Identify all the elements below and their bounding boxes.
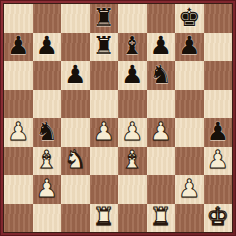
piece-black-pawn[interactable]: ♟ [36, 33, 58, 58]
square-h4[interactable]: ♟ [204, 118, 233, 147]
piece-white-pawn[interactable]: ♟ [36, 176, 58, 201]
square-f2[interactable] [147, 175, 176, 204]
square-a8[interactable] [4, 4, 33, 33]
square-b1[interactable] [33, 204, 62, 233]
square-h5[interactable] [204, 90, 233, 119]
piece-white-rook[interactable]: ♜ [93, 204, 115, 229]
piece-white-bishop[interactable]: ♝ [121, 147, 143, 172]
square-g3[interactable] [175, 147, 204, 176]
piece-black-pawn[interactable]: ♟ [64, 62, 86, 87]
square-b8[interactable] [33, 4, 62, 33]
piece-white-bishop[interactable]: ♝ [36, 147, 58, 172]
square-a4[interactable]: ♟ [4, 118, 33, 147]
square-c6[interactable]: ♟ [61, 61, 90, 90]
square-f3[interactable] [147, 147, 176, 176]
square-g6[interactable] [175, 61, 204, 90]
square-f7[interactable]: ♟ [147, 33, 176, 62]
square-a7[interactable]: ♟ [4, 33, 33, 62]
square-h2[interactable] [204, 175, 233, 204]
piece-white-pawn[interactable]: ♟ [150, 119, 172, 144]
square-g1[interactable] [175, 204, 204, 233]
square-h7[interactable] [204, 33, 233, 62]
square-a5[interactable] [4, 90, 33, 119]
square-g2[interactable]: ♟ [175, 175, 204, 204]
square-d1[interactable]: ♜ [90, 204, 119, 233]
square-e6[interactable]: ♟ [118, 61, 147, 90]
piece-white-pawn[interactable]: ♟ [7, 119, 29, 144]
square-d4[interactable]: ♟ [90, 118, 119, 147]
piece-black-rook[interactable]: ♜ [93, 5, 115, 30]
square-c1[interactable] [61, 204, 90, 233]
piece-black-rook[interactable]: ♜ [93, 33, 115, 58]
square-b7[interactable]: ♟ [33, 33, 62, 62]
square-g5[interactable] [175, 90, 204, 119]
square-f5[interactable] [147, 90, 176, 119]
piece-black-knight[interactable]: ♞ [150, 62, 172, 87]
square-d6[interactable] [90, 61, 119, 90]
square-e2[interactable] [118, 175, 147, 204]
square-h6[interactable] [204, 61, 233, 90]
square-b6[interactable] [33, 61, 62, 90]
square-a2[interactable] [4, 175, 33, 204]
square-h3[interactable]: ♟ [204, 147, 233, 176]
square-c3[interactable]: ♞ [61, 147, 90, 176]
chess-board: ♜♚♟♟♜♝♟♟♟♟♞♟♞♟♟♟♟♝♞♝♟♟♟♜♜♚ [4, 4, 232, 232]
piece-black-pawn[interactable]: ♟ [178, 33, 200, 58]
piece-white-pawn[interactable]: ♟ [207, 147, 229, 172]
square-e3[interactable]: ♝ [118, 147, 147, 176]
piece-white-pawn[interactable]: ♟ [93, 119, 115, 144]
square-e7[interactable]: ♝ [118, 33, 147, 62]
square-b3[interactable]: ♝ [33, 147, 62, 176]
piece-black-pawn[interactable]: ♟ [7, 33, 29, 58]
square-g4[interactable] [175, 118, 204, 147]
piece-black-pawn[interactable]: ♟ [121, 62, 143, 87]
piece-white-king[interactable]: ♚ [207, 204, 229, 229]
piece-black-king[interactable]: ♚ [178, 5, 200, 30]
square-e8[interactable] [118, 4, 147, 33]
piece-white-rook[interactable]: ♜ [150, 204, 172, 229]
square-a3[interactable] [4, 147, 33, 176]
square-a6[interactable] [4, 61, 33, 90]
piece-black-pawn[interactable]: ♟ [207, 119, 229, 144]
piece-black-pawn[interactable]: ♟ [150, 33, 172, 58]
square-c7[interactable] [61, 33, 90, 62]
square-b5[interactable] [33, 90, 62, 119]
square-e5[interactable] [118, 90, 147, 119]
square-f6[interactable]: ♞ [147, 61, 176, 90]
square-c2[interactable] [61, 175, 90, 204]
piece-black-knight[interactable]: ♞ [36, 119, 58, 144]
square-d8[interactable]: ♜ [90, 4, 119, 33]
square-h8[interactable] [204, 4, 233, 33]
square-a1[interactable] [4, 204, 33, 233]
square-b4[interactable]: ♞ [33, 118, 62, 147]
square-d3[interactable] [90, 147, 119, 176]
square-d7[interactable]: ♜ [90, 33, 119, 62]
piece-black-bishop[interactable]: ♝ [121, 33, 143, 58]
square-c8[interactable] [61, 4, 90, 33]
square-f4[interactable]: ♟ [147, 118, 176, 147]
square-c5[interactable] [61, 90, 90, 119]
square-d2[interactable] [90, 175, 119, 204]
piece-white-pawn[interactable]: ♟ [121, 119, 143, 144]
square-c4[interactable] [61, 118, 90, 147]
square-d5[interactable] [90, 90, 119, 119]
square-e1[interactable] [118, 204, 147, 233]
square-b2[interactable]: ♟ [33, 175, 62, 204]
piece-white-pawn[interactable]: ♟ [178, 176, 200, 201]
square-e4[interactable]: ♟ [118, 118, 147, 147]
square-g8[interactable]: ♚ [175, 4, 204, 33]
square-h1[interactable]: ♚ [204, 204, 233, 233]
square-f8[interactable] [147, 4, 176, 33]
chess-board-frame: ♜♚♟♟♜♝♟♟♟♟♞♟♞♟♟♟♟♝♞♝♟♟♟♜♜♚ [0, 0, 236, 236]
square-f1[interactable]: ♜ [147, 204, 176, 233]
square-g7[interactable]: ♟ [175, 33, 204, 62]
piece-white-knight[interactable]: ♞ [64, 147, 86, 172]
